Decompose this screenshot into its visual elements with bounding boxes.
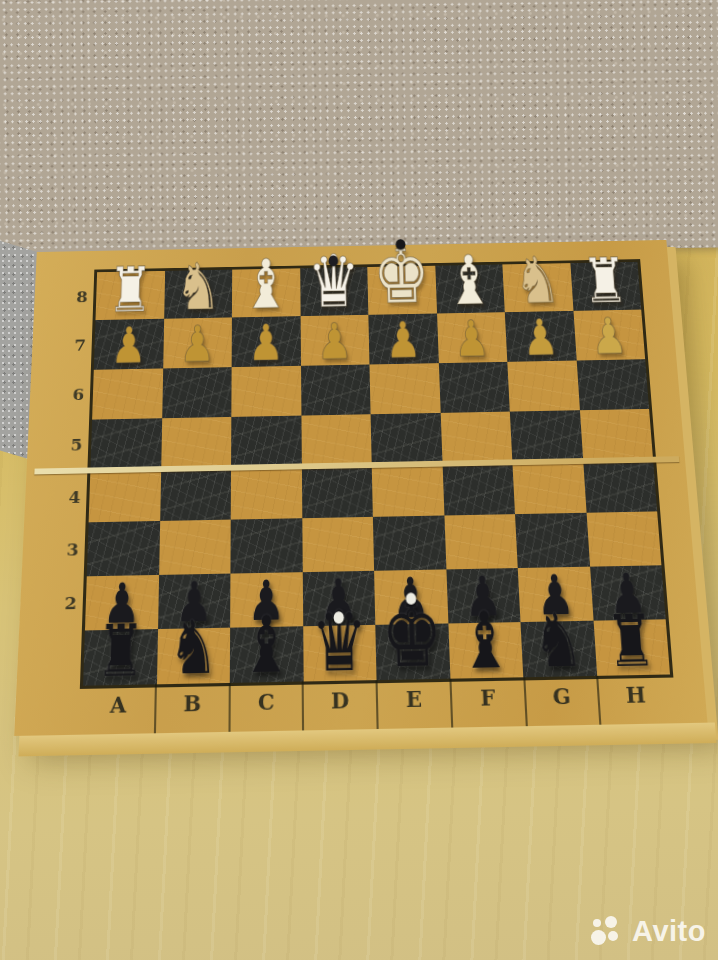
- square-f3: [444, 514, 518, 569]
- square-c5: [231, 415, 301, 467]
- piece-black-rook-h1[interactable]: ♜: [604, 606, 657, 678]
- piece-black-bishop-f1[interactable]: ♝: [457, 601, 513, 680]
- square-e3: [373, 516, 446, 571]
- square-e4: [372, 464, 444, 517]
- square-c6: [231, 365, 301, 416]
- wooden-chess-board: ♜♞♝♛♚♝♞♜♟♟♟♟♟♟♟♟♟♟♟♟♟♟♟♟♜♞♝♛♚♝♞♜ 8765432…: [14, 240, 707, 736]
- square-h8: ♜: [570, 262, 641, 311]
- square-a8: ♜: [95, 271, 164, 320]
- square-h3: [586, 512, 661, 567]
- carpet-background: [0, 0, 718, 257]
- square-g3: [515, 513, 590, 568]
- square-a6: [92, 368, 163, 419]
- square-g5: [510, 410, 583, 462]
- rank-label-4: 4: [50, 487, 81, 507]
- square-c4: [231, 466, 302, 519]
- piece-white-pawn-d7[interactable]: ♟: [316, 316, 353, 367]
- square-g7: ♟: [505, 311, 576, 361]
- square-g4: [512, 461, 586, 514]
- square-d8: ♛: [300, 267, 369, 316]
- square-b3: [159, 520, 231, 575]
- avito-watermark: Avito: [591, 915, 706, 948]
- piece-white-bishop-f8[interactable]: ♝: [443, 247, 495, 316]
- chess-board: ♜♞♝♛♚♝♞♜♟♟♟♟♟♟♟♟♟♟♟♟♟♟♟♟♜♞♝♛♚♝♞♜: [83, 262, 670, 686]
- piece-black-knight-b1[interactable]: ♞: [168, 611, 219, 686]
- piece-white-bishop-c8[interactable]: ♝: [241, 251, 290, 320]
- square-g1: ♞: [520, 620, 596, 677]
- square-b4: [160, 468, 231, 521]
- piece-white-knight-g8[interactable]: ♞: [512, 249, 562, 314]
- square-f8: ♝: [435, 264, 505, 313]
- piece-white-knight-b8[interactable]: ♞: [174, 256, 221, 321]
- square-e5: [371, 413, 442, 465]
- square-b1: ♞: [156, 627, 230, 684]
- square-d3: [302, 517, 374, 572]
- square-f5: [440, 411, 512, 463]
- square-f6: [438, 361, 509, 412]
- square-b6: [162, 367, 232, 418]
- square-g8: ♞: [502, 263, 573, 312]
- square-g6: [507, 360, 579, 411]
- square-c7: ♟: [232, 316, 301, 366]
- piece-white-queen-d8[interactable]: ♛: [307, 245, 361, 318]
- square-d5: [301, 414, 372, 466]
- square-f4: [442, 462, 515, 515]
- square-c1: ♝: [230, 626, 303, 683]
- square-h1: ♜: [593, 619, 670, 676]
- listing-photo: ♜♞♝♛♚♝♞♜♟♟♟♟♟♟♟♟♟♟♟♟♟♟♟♟♜♞♝♛♚♝♞♜ 8765432…: [0, 0, 718, 960]
- square-a1: ♜: [83, 629, 157, 686]
- piece-black-knight-g1[interactable]: ♞: [531, 604, 585, 679]
- square-a5: [90, 418, 161, 470]
- square-c3: [230, 518, 302, 573]
- piece-white-pawn-e7[interactable]: ♟: [385, 315, 422, 365]
- square-f1: ♝: [448, 622, 523, 679]
- square-h5: [579, 409, 653, 461]
- piece-white-pawn-c7[interactable]: ♟: [248, 318, 284, 369]
- square-d1: ♛: [303, 625, 377, 682]
- square-f7: ♟: [437, 312, 508, 362]
- square-h4: [583, 460, 657, 513]
- rank-label-7: 7: [56, 336, 86, 355]
- square-d6: [301, 364, 371, 415]
- piece-black-rook-a1[interactable]: ♜: [95, 615, 145, 687]
- rank-label-3: 3: [48, 539, 79, 560]
- square-b8: ♞: [164, 270, 232, 319]
- square-h6: [576, 359, 649, 410]
- piece-white-pawn-a7[interactable]: ♟: [110, 320, 147, 371]
- square-b5: [161, 417, 232, 469]
- piece-white-pawn-h7[interactable]: ♟: [589, 311, 628, 361]
- square-e1: ♚: [375, 623, 450, 680]
- piece-black-bishop-c1[interactable]: ♝: [240, 606, 293, 685]
- square-h7: ♟: [573, 310, 645, 360]
- square-a7: ♟: [94, 319, 164, 369]
- avito-logo-icon: [591, 916, 625, 948]
- rank-label-2: 2: [46, 593, 78, 614]
- piece-black-queen-d1[interactable]: ♛: [311, 599, 369, 684]
- white-queen-top-insert: [329, 256, 339, 267]
- white-king-top-insert: [395, 239, 405, 250]
- square-d4: [301, 465, 373, 518]
- avito-watermark-text: Avito: [632, 915, 706, 948]
- piece-white-pawn-g7[interactable]: ♟: [521, 312, 560, 362]
- piece-white-pawn-b7[interactable]: ♟: [179, 319, 215, 370]
- rank-labels: 8765432: [16, 272, 97, 687]
- square-a4: [89, 469, 161, 522]
- piece-white-king-e8[interactable]: ♚: [372, 238, 431, 317]
- square-e6: [369, 363, 440, 414]
- rank-label-8: 8: [58, 287, 88, 306]
- square-e8: ♚: [367, 266, 436, 315]
- piece-white-rook-h8[interactable]: ♜: [581, 250, 630, 313]
- board-wrapper: ♜♞♝♛♚♝♞♜♟♟♟♟♟♟♟♟♟♟♟♟♟♟♟♟♜♞♝♛♚♝♞♜ 8765432…: [21, 222, 690, 735]
- piece-white-rook-a8[interactable]: ♜: [107, 259, 154, 322]
- square-a3: [87, 521, 160, 576]
- rank-label-6: 6: [54, 385, 84, 404]
- square-b7: ♟: [163, 318, 232, 368]
- rank-label-5: 5: [52, 435, 83, 455]
- piece-white-pawn-f7[interactable]: ♟: [453, 314, 491, 364]
- black-king-top-insert: [406, 593, 417, 605]
- piece-black-king-e1[interactable]: ♚: [380, 591, 444, 682]
- black-queen-top-insert: [334, 611, 344, 623]
- square-c8: ♝: [232, 268, 300, 317]
